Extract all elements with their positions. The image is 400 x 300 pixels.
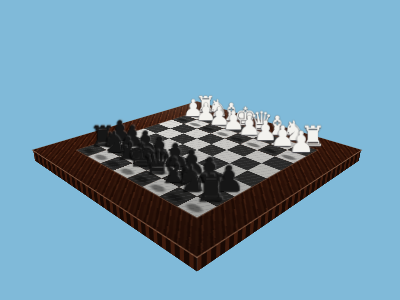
board-grid: ♜♞♝♚♛♝♞♜♟♟♟♟♟♟♟♟♟♟♟♟♟♟♟♟♜♞♝♚♛♝♞♜: [75, 111, 318, 218]
square[interactable]: ♟: [241, 139, 270, 150]
perspective-stage: ♜♞♝♚♛♝♞♜♟♟♟♟♟♟♟♟♟♟♟♟♟♟♟♟♜♞♝♚♛♝♞♜: [0, 0, 400, 300]
square[interactable]: [244, 150, 275, 163]
chessboard: ♜♞♝♚♛♝♞♜♟♟♟♟♟♟♟♟♟♟♟♟♟♟♟♟♜♞♝♚♛♝♞♜: [32, 101, 363, 258]
scene-background: ♜♞♝♚♛♝♞♜♟♟♟♟♟♟♟♟♟♟♟♟♟♟♟♟♜♞♝♚♛♝♞♜: [0, 0, 400, 300]
square[interactable]: ♞: [159, 187, 197, 206]
